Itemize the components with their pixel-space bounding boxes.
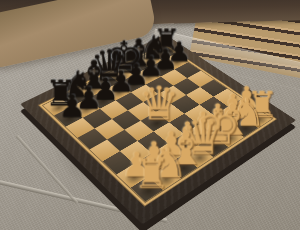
chessboard: ♜♞♝♛♚♝♞♜♟♟♟♟♟♟♟♟♛♟♟♟♟♟♟♟♟♜♞♝♛♚♝♞♜ <box>20 34 296 224</box>
chess-set-photo: ♜♞♝♛♚♝♞♜♟♟♟♟♟♟♟♟♛♟♟♟♟♟♟♟♟♜♞♝♛♚♝♞♜ <box>0 0 300 230</box>
piece-white-rook: ♜ <box>114 157 189 194</box>
board-grid: ♜♞♝♛♚♝♞♜♟♟♟♟♟♟♟♟♛♟♟♟♟♟♟♟♟♜♞♝♛♚♝♞♜ <box>43 46 271 202</box>
piece-black-pawn: ♟ <box>39 93 104 120</box>
board-scene: ♜♞♝♛♚♝♞♜♟♟♟♟♟♟♟♟♛♟♟♟♟♟♟♟♟♜♞♝♛♚♝♞♜ <box>0 0 300 230</box>
